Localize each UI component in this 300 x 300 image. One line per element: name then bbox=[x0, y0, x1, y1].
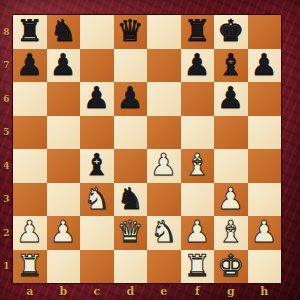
square-b6[interactable] bbox=[47, 82, 81, 116]
square-d2[interactable]: ♛ bbox=[114, 216, 148, 250]
square-b8[interactable]: ♞ bbox=[47, 15, 81, 49]
square-c4[interactable]: ♝ bbox=[80, 149, 114, 183]
rank-label-1: 1 bbox=[0, 250, 13, 284]
square-a8[interactable]: ♜ bbox=[13, 15, 47, 49]
black-knight[interactable]: ♞ bbox=[50, 15, 77, 47]
rank-label-3: 3 bbox=[0, 183, 13, 217]
square-g2[interactable]: ♝ bbox=[214, 216, 248, 250]
square-g5[interactable] bbox=[214, 116, 248, 150]
square-a5[interactable] bbox=[13, 116, 47, 150]
white-bishop[interactable]: ♝ bbox=[217, 216, 244, 248]
white-queen[interactable]: ♛ bbox=[117, 216, 144, 248]
rank-label-7: 7 bbox=[0, 49, 13, 83]
square-b7[interactable]: ♟ bbox=[47, 49, 81, 83]
white-king[interactable]: ♚ bbox=[217, 250, 244, 282]
file-label-d: d bbox=[114, 282, 148, 300]
square-f4[interactable]: ♝ bbox=[181, 149, 215, 183]
white-pawn[interactable]: ♟ bbox=[217, 183, 244, 215]
square-g3[interactable]: ♟ bbox=[214, 183, 248, 217]
square-c2[interactable] bbox=[80, 216, 114, 250]
white-pawn[interactable]: ♟ bbox=[184, 216, 211, 248]
black-king[interactable]: ♚ bbox=[217, 15, 244, 47]
square-d6[interactable]: ♟ bbox=[114, 82, 148, 116]
square-b5[interactable] bbox=[47, 116, 81, 150]
file-label-a: a bbox=[13, 282, 47, 300]
square-f1[interactable]: ♜ bbox=[181, 250, 215, 284]
black-pawn[interactable]: ♟ bbox=[50, 49, 77, 81]
square-g6[interactable]: ♟ bbox=[214, 82, 248, 116]
square-e2[interactable]: ♞ bbox=[147, 216, 181, 250]
white-rook[interactable]: ♜ bbox=[16, 250, 43, 282]
rank-label-4: 4 bbox=[0, 149, 13, 183]
square-c5[interactable] bbox=[80, 116, 114, 150]
square-f8[interactable]: ♜ bbox=[181, 15, 215, 49]
square-h2[interactable]: ♟ bbox=[248, 216, 282, 250]
square-d3[interactable]: ♞ bbox=[114, 183, 148, 217]
square-h4[interactable] bbox=[248, 149, 282, 183]
chessboard-frame: 87654321 ♜♞♛♜♚♟♟♟♝♟♟♟♟♝♟♝♞♞♟♟♟♛♞♟♝♟♜♜♚ a… bbox=[0, 0, 300, 300]
black-rook[interactable]: ♜ bbox=[184, 15, 211, 47]
square-a1[interactable]: ♜ bbox=[13, 250, 47, 284]
white-knight[interactable]: ♞ bbox=[150, 216, 177, 248]
square-d5[interactable] bbox=[114, 116, 148, 150]
black-pawn[interactable]: ♟ bbox=[184, 49, 211, 81]
square-d7[interactable] bbox=[114, 49, 148, 83]
rank-label-6: 6 bbox=[0, 82, 13, 116]
white-pawn[interactable]: ♟ bbox=[251, 216, 278, 248]
square-h3[interactable] bbox=[248, 183, 282, 217]
square-a6[interactable] bbox=[13, 82, 47, 116]
square-g4[interactable] bbox=[214, 149, 248, 183]
file-label-c: c bbox=[80, 282, 114, 300]
rank-label-2: 2 bbox=[0, 216, 13, 250]
square-f2[interactable]: ♟ bbox=[181, 216, 215, 250]
black-rook[interactable]: ♜ bbox=[16, 15, 43, 47]
square-f7[interactable]: ♟ bbox=[181, 49, 215, 83]
rank-label-5: 5 bbox=[0, 116, 13, 150]
white-pawn[interactable]: ♟ bbox=[150, 149, 177, 181]
square-e7[interactable] bbox=[147, 49, 181, 83]
black-bishop[interactable]: ♝ bbox=[217, 49, 244, 81]
square-f3[interactable] bbox=[181, 183, 215, 217]
square-e4[interactable]: ♟ bbox=[147, 149, 181, 183]
square-h5[interactable] bbox=[248, 116, 282, 150]
square-c1[interactable] bbox=[80, 250, 114, 284]
square-g1[interactable]: ♚ bbox=[214, 250, 248, 284]
square-f5[interactable] bbox=[181, 116, 215, 150]
black-pawn[interactable]: ♟ bbox=[217, 82, 244, 114]
square-c6[interactable]: ♟ bbox=[80, 82, 114, 116]
square-h8[interactable] bbox=[248, 15, 282, 49]
square-e1[interactable] bbox=[147, 250, 181, 284]
chess-board: ♜♞♛♜♚♟♟♟♝♟♟♟♟♝♟♝♞♞♟♟♟♛♞♟♝♟♜♜♚ bbox=[13, 15, 281, 283]
square-c3[interactable]: ♞ bbox=[80, 183, 114, 217]
square-c8[interactable] bbox=[80, 15, 114, 49]
square-a2[interactable]: ♟ bbox=[13, 216, 47, 250]
file-label-h: h bbox=[248, 282, 282, 300]
file-label-b: b bbox=[47, 282, 81, 300]
black-knight[interactable]: ♞ bbox=[117, 183, 144, 215]
square-h7[interactable]: ♟ bbox=[248, 49, 282, 83]
square-b1[interactable] bbox=[47, 250, 81, 284]
square-c7[interactable] bbox=[80, 49, 114, 83]
square-e5[interactable] bbox=[147, 116, 181, 150]
square-a3[interactable] bbox=[13, 183, 47, 217]
square-d1[interactable] bbox=[114, 250, 148, 284]
square-g8[interactable]: ♚ bbox=[214, 15, 248, 49]
rank-label-8: 8 bbox=[0, 15, 13, 49]
white-pawn[interactable]: ♟ bbox=[50, 216, 77, 248]
file-label-e: e bbox=[147, 282, 181, 300]
white-pawn[interactable]: ♟ bbox=[16, 216, 43, 248]
black-bishop[interactable]: ♝ bbox=[83, 149, 110, 181]
file-labels: abcdefgh bbox=[13, 282, 281, 300]
black-pawn[interactable]: ♟ bbox=[83, 82, 110, 114]
square-d8[interactable]: ♛ bbox=[114, 15, 148, 49]
file-label-g: g bbox=[214, 282, 248, 300]
white-knight[interactable]: ♞ bbox=[83, 183, 110, 215]
square-h6[interactable] bbox=[248, 82, 282, 116]
white-bishop[interactable]: ♝ bbox=[184, 149, 211, 181]
square-b4[interactable] bbox=[47, 149, 81, 183]
square-f6[interactable] bbox=[181, 82, 215, 116]
square-g7[interactable]: ♝ bbox=[214, 49, 248, 83]
square-b3[interactable] bbox=[47, 183, 81, 217]
square-e8[interactable] bbox=[147, 15, 181, 49]
black-pawn[interactable]: ♟ bbox=[117, 82, 144, 114]
rank-labels: 87654321 bbox=[0, 15, 13, 283]
white-rook[interactable]: ♜ bbox=[184, 250, 211, 282]
square-e6[interactable] bbox=[147, 82, 181, 116]
black-pawn[interactable]: ♟ bbox=[251, 49, 278, 81]
file-label-f: f bbox=[181, 282, 215, 300]
square-e3[interactable] bbox=[147, 183, 181, 217]
black-pawn[interactable]: ♟ bbox=[16, 49, 43, 81]
square-d4[interactable] bbox=[114, 149, 148, 183]
black-queen[interactable]: ♛ bbox=[117, 15, 144, 47]
square-a4[interactable] bbox=[13, 149, 47, 183]
square-b2[interactable]: ♟ bbox=[47, 216, 81, 250]
square-a7[interactable]: ♟ bbox=[13, 49, 47, 83]
square-h1[interactable] bbox=[248, 250, 282, 284]
